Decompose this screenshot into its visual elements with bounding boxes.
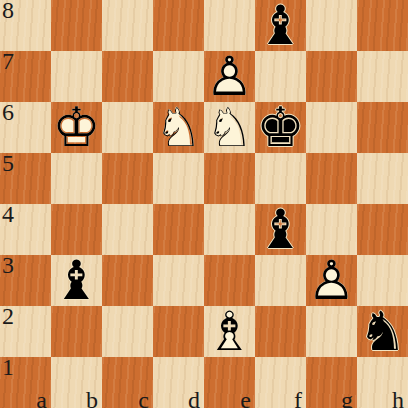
square-f8[interactable]: ♝ xyxy=(255,0,306,51)
square-d8[interactable] xyxy=(153,0,204,51)
piece-black-knight-h2[interactable]: ♞ xyxy=(357,306,408,357)
square-f2[interactable] xyxy=(255,306,306,357)
rank-label-8: 8 xyxy=(2,0,14,22)
square-a7[interactable]: 7 xyxy=(0,51,51,102)
square-h7[interactable] xyxy=(357,51,408,102)
square-h3[interactable] xyxy=(357,255,408,306)
file-label-c: c xyxy=(138,388,149,408)
square-f7[interactable] xyxy=(255,51,306,102)
white-bishop-outline-glyph: ♗ xyxy=(205,306,253,357)
square-g2[interactable] xyxy=(306,306,357,357)
square-d2[interactable] xyxy=(153,306,204,357)
rank-label-7: 7 xyxy=(2,49,14,73)
square-e2[interactable]: ♝♗ xyxy=(204,306,255,357)
square-g8[interactable] xyxy=(306,0,357,51)
file-label-f: f xyxy=(294,388,302,408)
white-king-outline-glyph: ♔ xyxy=(52,102,100,153)
square-c7[interactable] xyxy=(102,51,153,102)
square-d6[interactable]: ♞♘ xyxy=(153,102,204,153)
piece-white-knight-d6[interactable]: ♞♘ xyxy=(153,102,204,153)
square-h8[interactable] xyxy=(357,0,408,51)
square-a5[interactable]: 5 xyxy=(0,153,51,204)
file-label-b: b xyxy=(86,388,98,408)
square-b8[interactable] xyxy=(51,0,102,51)
square-h5[interactable] xyxy=(357,153,408,204)
black-king-glyph: ♚ xyxy=(256,102,304,153)
rank-label-1: 1 xyxy=(2,355,14,379)
rank-label-2: 2 xyxy=(2,304,14,328)
piece-black-bishop-f8[interactable]: ♝ xyxy=(255,0,306,51)
square-h4[interactable] xyxy=(357,204,408,255)
rank-label-6: 6 xyxy=(2,100,14,124)
square-e5[interactable] xyxy=(204,153,255,204)
square-a1[interactable]: 1a xyxy=(0,357,51,408)
square-c5[interactable] xyxy=(102,153,153,204)
square-e8[interactable] xyxy=(204,0,255,51)
white-knight-outline-glyph: ♘ xyxy=(205,102,253,153)
square-h2[interactable]: ♞ xyxy=(357,306,408,357)
square-h1[interactable]: h xyxy=(357,357,408,408)
piece-white-bishop-e2[interactable]: ♝♗ xyxy=(204,306,255,357)
square-d7[interactable] xyxy=(153,51,204,102)
square-c8[interactable] xyxy=(102,0,153,51)
chess-board: 8♝7♟♙6♚♔♞♘♞♘♚54♝3♝♟♙2♝♗♞1abcdefgh xyxy=(0,0,408,408)
rank-label-4: 4 xyxy=(2,202,14,226)
piece-black-king-f6[interactable]: ♚ xyxy=(255,102,306,153)
square-c4[interactable] xyxy=(102,204,153,255)
square-e4[interactable] xyxy=(204,204,255,255)
black-bishop-glyph: ♝ xyxy=(256,204,304,255)
square-a8[interactable]: 8 xyxy=(0,0,51,51)
square-f6[interactable]: ♚ xyxy=(255,102,306,153)
square-c6[interactable] xyxy=(102,102,153,153)
file-label-e: e xyxy=(240,388,251,408)
square-d3[interactable] xyxy=(153,255,204,306)
square-e3[interactable] xyxy=(204,255,255,306)
square-b5[interactable] xyxy=(51,153,102,204)
square-f5[interactable] xyxy=(255,153,306,204)
rank-label-3: 3 xyxy=(2,253,14,277)
square-c2[interactable] xyxy=(102,306,153,357)
piece-white-pawn-e7[interactable]: ♟♙ xyxy=(204,51,255,102)
rank-label-5: 5 xyxy=(2,151,14,175)
square-b7[interactable] xyxy=(51,51,102,102)
square-f1[interactable]: f xyxy=(255,357,306,408)
square-c3[interactable] xyxy=(102,255,153,306)
square-d4[interactable] xyxy=(153,204,204,255)
file-label-h: h xyxy=(392,388,404,408)
black-bishop-glyph: ♝ xyxy=(256,0,304,51)
piece-black-bishop-f4[interactable]: ♝ xyxy=(255,204,306,255)
piece-white-knight-e6[interactable]: ♞♘ xyxy=(204,102,255,153)
square-b4[interactable] xyxy=(51,204,102,255)
square-a3[interactable]: 3 xyxy=(0,255,51,306)
file-label-d: d xyxy=(188,388,200,408)
square-h6[interactable] xyxy=(357,102,408,153)
square-a6[interactable]: 6 xyxy=(0,102,51,153)
piece-white-king-b6[interactable]: ♚♔ xyxy=(51,102,102,153)
black-knight-glyph: ♞ xyxy=(358,306,406,357)
piece-white-pawn-g3[interactable]: ♟♙ xyxy=(306,255,357,306)
white-knight-outline-glyph: ♘ xyxy=(154,102,202,153)
square-c1[interactable]: c xyxy=(102,357,153,408)
square-b6[interactable]: ♚♔ xyxy=(51,102,102,153)
square-b3[interactable]: ♝ xyxy=(51,255,102,306)
square-g3[interactable]: ♟♙ xyxy=(306,255,357,306)
square-g4[interactable] xyxy=(306,204,357,255)
square-g1[interactable]: g xyxy=(306,357,357,408)
square-g6[interactable] xyxy=(306,102,357,153)
square-a4[interactable]: 4 xyxy=(0,204,51,255)
black-bishop-glyph: ♝ xyxy=(52,255,100,306)
square-e7[interactable]: ♟♙ xyxy=(204,51,255,102)
square-f4[interactable]: ♝ xyxy=(255,204,306,255)
piece-black-bishop-b3[interactable]: ♝ xyxy=(51,255,102,306)
square-g7[interactable] xyxy=(306,51,357,102)
white-pawn-outline-glyph: ♙ xyxy=(205,51,253,102)
square-f3[interactable] xyxy=(255,255,306,306)
white-pawn-outline-glyph: ♙ xyxy=(307,255,355,306)
file-label-g: g xyxy=(341,388,353,408)
square-b1[interactable]: b xyxy=(51,357,102,408)
file-label-a: a xyxy=(36,388,47,408)
square-b2[interactable] xyxy=(51,306,102,357)
square-e6[interactable]: ♞♘ xyxy=(204,102,255,153)
square-a2[interactable]: 2 xyxy=(0,306,51,357)
square-g5[interactable] xyxy=(306,153,357,204)
square-d1[interactable]: d xyxy=(153,357,204,408)
square-e1[interactable]: e xyxy=(204,357,255,408)
square-d5[interactable] xyxy=(153,153,204,204)
